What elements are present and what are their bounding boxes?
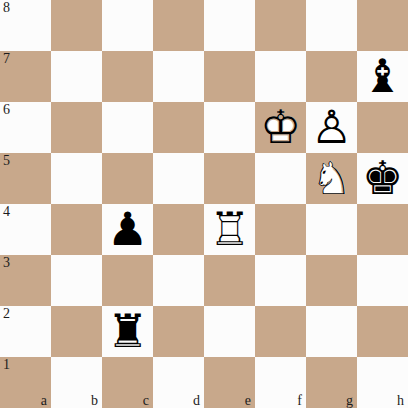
square-e8[interactable] (204, 0, 255, 51)
square-e3[interactable] (204, 255, 255, 306)
square-e5[interactable] (204, 153, 255, 204)
square-b4[interactable] (51, 204, 102, 255)
piece-black-bishop[interactable]: ♝ (357, 51, 408, 102)
black-pawn-glyph: ♟ (102, 204, 153, 255)
file-label-d: d (193, 393, 200, 408)
black-rook-glyph: ♜ (102, 306, 153, 357)
square-h2[interactable] (357, 306, 408, 357)
square-c4[interactable]: ♟ (102, 204, 153, 255)
square-a6[interactable]: 6 (0, 102, 51, 153)
file-label-a: a (41, 393, 47, 408)
square-d3[interactable] (153, 255, 204, 306)
square-g2[interactable] (306, 306, 357, 357)
square-b7[interactable] (51, 51, 102, 102)
square-c1[interactable]: c (102, 357, 153, 408)
rank-label-4: 4 (3, 204, 10, 220)
piece-black-king[interactable]: ♚ (357, 153, 408, 204)
rank-label-8: 8 (3, 0, 10, 16)
piece-white-king[interactable]: ♚♔ (255, 102, 306, 153)
square-f4[interactable] (255, 204, 306, 255)
square-e2[interactable] (204, 306, 255, 357)
rank-label-2: 2 (3, 306, 10, 322)
piece-white-rook[interactable]: ♜♖ (204, 204, 255, 255)
square-h1[interactable]: h (357, 357, 408, 408)
square-c7[interactable] (102, 51, 153, 102)
file-label-g: g (346, 393, 353, 408)
square-g5[interactable]: ♞♘ (306, 153, 357, 204)
piece-black-rook[interactable]: ♜ (102, 306, 153, 357)
square-c8[interactable] (102, 0, 153, 51)
square-a1[interactable]: 1a (0, 357, 51, 408)
square-a3[interactable]: 3 (0, 255, 51, 306)
square-d6[interactable] (153, 102, 204, 153)
file-label-h: h (397, 393, 404, 408)
white-knight-glyph: ♘ (306, 153, 357, 204)
piece-white-pawn[interactable]: ♟♙ (306, 102, 357, 153)
square-b6[interactable] (51, 102, 102, 153)
square-d2[interactable] (153, 306, 204, 357)
file-label-b: b (91, 393, 98, 408)
square-g8[interactable] (306, 0, 357, 51)
square-g7[interactable] (306, 51, 357, 102)
square-a4[interactable]: 4 (0, 204, 51, 255)
square-h3[interactable] (357, 255, 408, 306)
square-e4[interactable]: ♜♖ (204, 204, 255, 255)
file-label-f: f (297, 393, 302, 408)
square-h7[interactable]: ♝ (357, 51, 408, 102)
square-g6[interactable]: ♟♙ (306, 102, 357, 153)
square-b2[interactable] (51, 306, 102, 357)
rank-label-6: 6 (3, 102, 10, 118)
square-f2[interactable] (255, 306, 306, 357)
square-h8[interactable] (357, 0, 408, 51)
file-label-e: e (245, 393, 251, 408)
square-h5[interactable]: ♚ (357, 153, 408, 204)
white-pawn-glyph: ♙ (306, 102, 357, 153)
rank-label-3: 3 (3, 255, 10, 271)
square-d8[interactable] (153, 0, 204, 51)
square-f6[interactable]: ♚♔ (255, 102, 306, 153)
square-f8[interactable] (255, 0, 306, 51)
square-c5[interactable] (102, 153, 153, 204)
square-d5[interactable] (153, 153, 204, 204)
piece-white-knight[interactable]: ♞♘ (306, 153, 357, 204)
square-g4[interactable] (306, 204, 357, 255)
square-c2[interactable]: ♜ (102, 306, 153, 357)
square-b8[interactable] (51, 0, 102, 51)
file-label-c: c (143, 393, 149, 408)
square-d4[interactable] (153, 204, 204, 255)
square-f7[interactable] (255, 51, 306, 102)
rank-label-5: 5 (3, 153, 10, 169)
square-a8[interactable]: 8 (0, 0, 51, 51)
square-f1[interactable]: f (255, 357, 306, 408)
piece-black-pawn[interactable]: ♟ (102, 204, 153, 255)
square-a7[interactable]: 7 (0, 51, 51, 102)
white-king-glyph: ♔ (255, 102, 306, 153)
square-h6[interactable] (357, 102, 408, 153)
square-f5[interactable] (255, 153, 306, 204)
square-b1[interactable]: b (51, 357, 102, 408)
black-bishop-glyph: ♝ (357, 51, 408, 102)
square-h4[interactable] (357, 204, 408, 255)
square-d7[interactable] (153, 51, 204, 102)
square-g1[interactable]: g (306, 357, 357, 408)
square-e1[interactable]: e (204, 357, 255, 408)
square-c6[interactable] (102, 102, 153, 153)
square-e7[interactable] (204, 51, 255, 102)
rank-label-1: 1 (3, 357, 10, 373)
square-a5[interactable]: 5 (0, 153, 51, 204)
chess-board: 87♝6♚♔♟♙5♞♘♚4♟♜♖32♜1abcdefgh (0, 0, 408, 408)
square-d1[interactable]: d (153, 357, 204, 408)
square-g3[interactable] (306, 255, 357, 306)
square-c3[interactable] (102, 255, 153, 306)
square-b3[interactable] (51, 255, 102, 306)
square-f3[interactable] (255, 255, 306, 306)
square-e6[interactable] (204, 102, 255, 153)
black-king-glyph: ♚ (357, 153, 408, 204)
square-a2[interactable]: 2 (0, 306, 51, 357)
rank-label-7: 7 (3, 51, 10, 67)
white-rook-glyph: ♖ (204, 204, 255, 255)
square-b5[interactable] (51, 153, 102, 204)
